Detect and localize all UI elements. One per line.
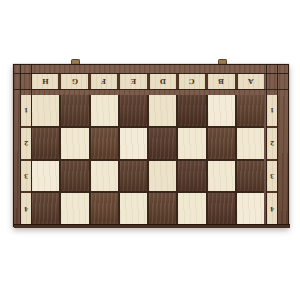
file-label-b: B xyxy=(208,74,234,89)
file-labels-strip: HGFEDCBA xyxy=(32,74,264,89)
square-f3 xyxy=(91,161,118,192)
square-d2 xyxy=(149,128,176,159)
square-b2 xyxy=(208,128,235,159)
file-label-a-text: A xyxy=(248,78,253,85)
rank-labels-right: 1234 xyxy=(267,95,277,224)
rank-label-left-3: 3 xyxy=(21,161,31,192)
rank-label-left-1: 1 xyxy=(21,95,31,126)
squares-grid xyxy=(32,95,264,224)
square-e2 xyxy=(120,128,147,159)
square-h3 xyxy=(32,161,59,192)
square-b3 xyxy=(208,161,235,192)
rank-label-right-2: 2 xyxy=(267,128,277,159)
square-a3 xyxy=(237,161,264,192)
square-h2 xyxy=(32,128,59,159)
square-f4 xyxy=(91,193,118,224)
square-h4 xyxy=(32,193,59,224)
rank-label-left-2-text: 2 xyxy=(24,140,28,146)
rank-label-right-1-text: 1 xyxy=(270,107,274,113)
square-f2 xyxy=(91,128,118,159)
rank-label-left-4-text: 4 xyxy=(24,206,28,212)
square-d4 xyxy=(149,193,176,224)
square-g2 xyxy=(61,128,88,159)
square-c4 xyxy=(178,193,205,224)
file-label-e: E xyxy=(120,74,146,89)
rank-labels-left: 1234 xyxy=(21,95,31,224)
rank-label-right-4: 4 xyxy=(267,193,277,224)
file-label-h-text: H xyxy=(42,78,49,85)
square-g4 xyxy=(61,193,88,224)
file-label-e-text: E xyxy=(131,78,136,85)
rank-label-right-3-text: 3 xyxy=(270,173,274,179)
square-c2 xyxy=(178,128,205,159)
square-a1 xyxy=(237,95,264,126)
file-label-a: A xyxy=(238,74,264,89)
square-e1 xyxy=(120,95,147,126)
file-label-b-text: B xyxy=(218,78,224,85)
rank-label-right-4-text: 4 xyxy=(270,206,274,212)
file-label-g-text: G xyxy=(72,78,78,85)
square-d1 xyxy=(149,95,176,126)
square-b4 xyxy=(208,193,235,224)
square-h1 xyxy=(32,95,59,126)
square-e4 xyxy=(120,193,147,224)
chess-board: HGFEDCBA 1234 1234 xyxy=(13,64,289,227)
square-g1 xyxy=(61,95,88,126)
square-e3 xyxy=(120,161,147,192)
file-label-g: G xyxy=(61,74,87,89)
file-label-f: F xyxy=(91,74,117,89)
file-label-d-text: D xyxy=(160,78,166,85)
square-f1 xyxy=(91,95,118,126)
square-g3 xyxy=(61,161,88,192)
pinstripe-line xyxy=(14,89,288,90)
rank-label-left-1-text: 1 xyxy=(24,107,28,113)
rank-label-left-3-text: 3 xyxy=(24,173,28,179)
square-a4 xyxy=(237,193,264,224)
photo-background: HGFEDCBA 1234 1234 xyxy=(0,0,300,300)
square-a2 xyxy=(237,128,264,159)
rank-label-right-2-text: 2 xyxy=(270,140,274,146)
file-label-c: C xyxy=(179,74,205,89)
file-label-d: D xyxy=(150,74,176,89)
square-b1 xyxy=(208,95,235,126)
rank-label-left-4: 4 xyxy=(21,193,31,224)
file-label-h: H xyxy=(32,74,58,89)
square-c1 xyxy=(178,95,205,126)
rank-label-right-3: 3 xyxy=(267,161,277,192)
file-label-c-text: C xyxy=(189,78,195,85)
square-d3 xyxy=(149,161,176,192)
file-label-f-text: F xyxy=(101,78,106,85)
square-c3 xyxy=(178,161,205,192)
board-fold-edge xyxy=(14,224,290,228)
rank-label-left-2: 2 xyxy=(21,128,31,159)
rank-label-right-1: 1 xyxy=(267,95,277,126)
